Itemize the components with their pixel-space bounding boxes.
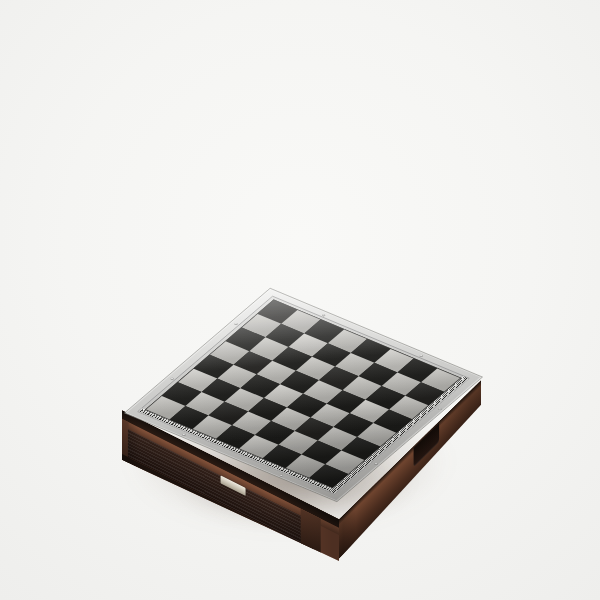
frame-screw-icon xyxy=(374,463,378,465)
frame-screw-icon xyxy=(438,408,442,410)
frame-screw-icon xyxy=(182,433,186,435)
product-photo-stage xyxy=(0,0,600,600)
frame-screw-icon xyxy=(280,474,284,476)
